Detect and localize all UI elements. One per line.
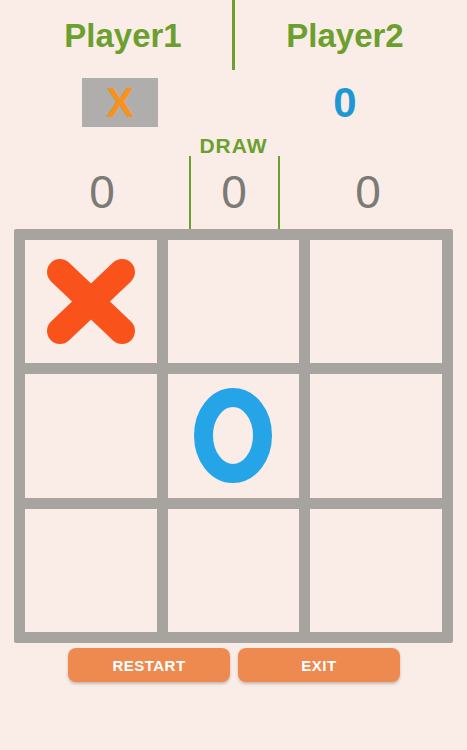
player2-name: Player2 [233, 12, 457, 60]
draw-label: DRAW [0, 134, 467, 154]
cell-0-1[interactable] [168, 240, 300, 363]
cell-0-0[interactable] [25, 240, 157, 363]
player1-name: Player1 [0, 12, 246, 60]
board [14, 229, 453, 643]
cell-0-2[interactable] [310, 240, 442, 363]
cell-1-2[interactable] [310, 374, 442, 497]
restart-button[interactable]: RESTART [68, 648, 230, 682]
player2-score: 0 [318, 156, 418, 228]
player1-symbol: X [106, 78, 134, 127]
cell-1-0[interactable] [25, 374, 157, 497]
tic-tac-toe-app: Player1 Player2 X 0 DRAW 0 0 0 RESTART E… [0, 0, 467, 750]
cell-1-1[interactable] [168, 374, 300, 497]
x-mark [46, 258, 136, 345]
cell-2-2[interactable] [310, 509, 442, 632]
exit-button[interactable]: EXIT [238, 648, 400, 682]
o-mark [194, 388, 272, 483]
player1-turn-badge: X [82, 78, 158, 127]
cell-2-0[interactable] [25, 509, 157, 632]
player1-score: 0 [52, 156, 152, 228]
cell-2-1[interactable] [168, 509, 300, 632]
draw-score: 0 [184, 156, 284, 228]
player2-symbol: 0 [233, 78, 457, 127]
